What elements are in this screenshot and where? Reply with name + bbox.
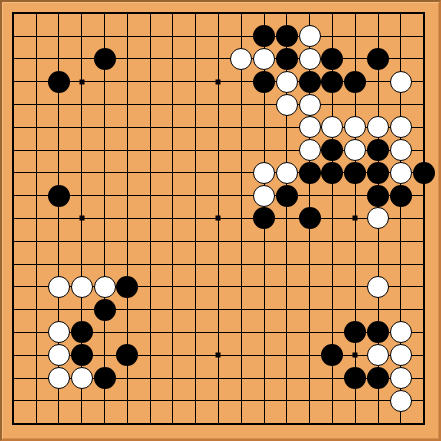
intersection[interactable] — [412, 230, 435, 253]
intersection[interactable] — [389, 275, 412, 298]
intersection[interactable] — [344, 344, 367, 367]
intersection[interactable] — [2, 412, 25, 435]
intersection[interactable] — [48, 321, 71, 344]
intersection[interactable] — [275, 298, 298, 321]
intersection[interactable] — [389, 25, 412, 48]
intersection[interactable] — [253, 116, 276, 139]
intersection[interactable] — [116, 412, 139, 435]
intersection[interactable] — [367, 230, 390, 253]
intersection[interactable] — [230, 389, 253, 412]
intersection[interactable] — [184, 412, 207, 435]
intersection[interactable] — [344, 70, 367, 93]
intersection[interactable] — [25, 230, 48, 253]
intersection[interactable] — [116, 389, 139, 412]
intersection[interactable] — [321, 298, 344, 321]
intersection[interactable] — [344, 207, 367, 230]
intersection[interactable] — [344, 116, 367, 139]
intersection[interactable] — [298, 230, 321, 253]
intersection[interactable] — [298, 70, 321, 93]
intersection[interactable] — [139, 230, 162, 253]
intersection[interactable] — [48, 389, 71, 412]
intersection[interactable] — [207, 25, 230, 48]
intersection[interactable] — [412, 2, 435, 25]
intersection[interactable] — [275, 139, 298, 162]
intersection[interactable] — [139, 48, 162, 71]
intersection[interactable] — [2, 139, 25, 162]
intersection[interactable] — [116, 253, 139, 276]
intersection[interactable] — [93, 116, 116, 139]
intersection[interactable] — [48, 367, 71, 390]
intersection[interactable] — [70, 298, 93, 321]
intersection[interactable] — [344, 275, 367, 298]
intersection[interactable] — [230, 70, 253, 93]
intersection[interactable] — [70, 2, 93, 25]
intersection[interactable] — [412, 321, 435, 344]
intersection[interactable] — [253, 367, 276, 390]
intersection[interactable] — [48, 184, 71, 207]
intersection[interactable] — [230, 25, 253, 48]
intersection[interactable] — [139, 162, 162, 185]
intersection[interactable] — [275, 321, 298, 344]
intersection[interactable] — [367, 25, 390, 48]
intersection[interactable] — [162, 25, 185, 48]
intersection[interactable] — [321, 2, 344, 25]
intersection[interactable] — [367, 162, 390, 185]
intersection[interactable] — [93, 367, 116, 390]
intersection[interactable] — [230, 2, 253, 25]
intersection[interactable] — [275, 230, 298, 253]
intersection[interactable] — [389, 207, 412, 230]
intersection[interactable] — [93, 25, 116, 48]
intersection[interactable] — [230, 344, 253, 367]
intersection[interactable] — [412, 207, 435, 230]
intersection[interactable] — [275, 389, 298, 412]
intersection[interactable] — [253, 253, 276, 276]
intersection[interactable] — [2, 275, 25, 298]
intersection[interactable] — [298, 275, 321, 298]
intersection[interactable] — [321, 25, 344, 48]
intersection[interactable] — [116, 207, 139, 230]
intersection[interactable] — [48, 70, 71, 93]
intersection[interactable] — [93, 344, 116, 367]
intersection[interactable] — [25, 184, 48, 207]
intersection[interactable] — [48, 275, 71, 298]
intersection[interactable] — [253, 70, 276, 93]
intersection[interactable] — [389, 139, 412, 162]
intersection[interactable] — [344, 412, 367, 435]
intersection[interactable] — [93, 48, 116, 71]
intersection[interactable] — [321, 93, 344, 116]
intersection[interactable] — [139, 2, 162, 25]
intersection[interactable] — [389, 116, 412, 139]
intersection[interactable] — [344, 184, 367, 207]
intersection[interactable] — [2, 70, 25, 93]
intersection[interactable] — [162, 230, 185, 253]
intersection[interactable] — [389, 48, 412, 71]
intersection[interactable] — [207, 93, 230, 116]
intersection[interactable] — [389, 230, 412, 253]
intersection[interactable] — [162, 367, 185, 390]
intersection[interactable] — [2, 184, 25, 207]
intersection[interactable] — [412, 253, 435, 276]
intersection[interactable] — [367, 321, 390, 344]
intersection[interactable] — [321, 70, 344, 93]
intersection[interactable] — [2, 253, 25, 276]
intersection[interactable] — [344, 367, 367, 390]
intersection[interactable] — [207, 367, 230, 390]
intersection[interactable] — [162, 139, 185, 162]
intersection[interactable] — [2, 93, 25, 116]
intersection[interactable] — [162, 184, 185, 207]
intersection[interactable] — [275, 25, 298, 48]
intersection[interactable] — [321, 275, 344, 298]
intersection[interactable] — [162, 2, 185, 25]
intersection[interactable] — [367, 93, 390, 116]
intersection[interactable] — [275, 253, 298, 276]
intersection[interactable] — [25, 116, 48, 139]
intersection[interactable] — [70, 230, 93, 253]
intersection[interactable] — [367, 344, 390, 367]
intersection[interactable] — [412, 184, 435, 207]
intersection[interactable] — [184, 344, 207, 367]
intersection[interactable] — [344, 48, 367, 71]
intersection[interactable] — [367, 389, 390, 412]
intersection[interactable] — [230, 253, 253, 276]
intersection[interactable] — [25, 412, 48, 435]
intersection[interactable] — [207, 389, 230, 412]
intersection[interactable] — [93, 298, 116, 321]
intersection[interactable] — [275, 275, 298, 298]
intersection[interactable] — [116, 321, 139, 344]
intersection[interactable] — [116, 2, 139, 25]
intersection[interactable] — [298, 139, 321, 162]
intersection[interactable] — [275, 412, 298, 435]
intersection[interactable] — [253, 207, 276, 230]
intersection[interactable] — [116, 70, 139, 93]
intersection[interactable] — [139, 253, 162, 276]
intersection[interactable] — [367, 298, 390, 321]
intersection[interactable] — [298, 367, 321, 390]
intersection[interactable] — [253, 93, 276, 116]
intersection[interactable] — [367, 412, 390, 435]
intersection[interactable] — [344, 298, 367, 321]
intersection[interactable] — [367, 48, 390, 71]
intersection[interactable] — [298, 389, 321, 412]
intersection[interactable] — [48, 412, 71, 435]
intersection[interactable] — [275, 93, 298, 116]
intersection[interactable] — [367, 139, 390, 162]
intersection[interactable] — [412, 25, 435, 48]
intersection[interactable] — [298, 116, 321, 139]
intersection[interactable] — [253, 298, 276, 321]
intersection[interactable] — [207, 344, 230, 367]
intersection[interactable] — [48, 116, 71, 139]
intersection[interactable] — [253, 412, 276, 435]
intersection[interactable] — [230, 184, 253, 207]
intersection[interactable] — [2, 389, 25, 412]
intersection[interactable] — [139, 184, 162, 207]
intersection[interactable] — [207, 2, 230, 25]
intersection[interactable] — [116, 162, 139, 185]
intersection[interactable] — [116, 139, 139, 162]
intersection[interactable] — [2, 2, 25, 25]
intersection[interactable] — [162, 207, 185, 230]
intersection[interactable] — [367, 184, 390, 207]
intersection[interactable] — [298, 2, 321, 25]
intersection[interactable] — [367, 116, 390, 139]
intersection[interactable] — [25, 93, 48, 116]
intersection[interactable] — [230, 230, 253, 253]
intersection[interactable] — [48, 253, 71, 276]
intersection[interactable] — [184, 298, 207, 321]
intersection[interactable] — [253, 162, 276, 185]
intersection[interactable] — [70, 162, 93, 185]
intersection[interactable] — [25, 2, 48, 25]
intersection[interactable] — [321, 344, 344, 367]
intersection[interactable] — [162, 93, 185, 116]
intersection[interactable] — [162, 412, 185, 435]
intersection[interactable] — [93, 412, 116, 435]
intersection[interactable] — [48, 230, 71, 253]
intersection[interactable] — [230, 93, 253, 116]
intersection[interactable] — [93, 207, 116, 230]
intersection[interactable] — [48, 25, 71, 48]
intersection[interactable] — [321, 230, 344, 253]
intersection[interactable] — [116, 344, 139, 367]
intersection[interactable] — [184, 116, 207, 139]
intersection[interactable] — [162, 70, 185, 93]
intersection[interactable] — [367, 253, 390, 276]
intersection[interactable] — [25, 298, 48, 321]
intersection[interactable] — [2, 48, 25, 71]
intersection[interactable] — [139, 25, 162, 48]
intersection[interactable] — [139, 298, 162, 321]
intersection[interactable] — [412, 70, 435, 93]
intersection[interactable] — [412, 344, 435, 367]
intersection[interactable] — [116, 25, 139, 48]
intersection[interactable] — [367, 367, 390, 390]
intersection[interactable] — [412, 298, 435, 321]
intersection[interactable] — [321, 48, 344, 71]
intersection[interactable] — [70, 275, 93, 298]
intersection[interactable] — [162, 253, 185, 276]
intersection[interactable] — [70, 253, 93, 276]
intersection[interactable] — [230, 298, 253, 321]
intersection[interactable] — [344, 162, 367, 185]
intersection[interactable] — [207, 298, 230, 321]
intersection[interactable] — [389, 412, 412, 435]
intersection[interactable] — [48, 162, 71, 185]
intersection[interactable] — [70, 25, 93, 48]
intersection[interactable] — [230, 207, 253, 230]
intersection[interactable] — [162, 298, 185, 321]
intersection[interactable] — [298, 298, 321, 321]
intersection[interactable] — [275, 48, 298, 71]
intersection[interactable] — [116, 298, 139, 321]
intersection[interactable] — [2, 162, 25, 185]
intersection[interactable] — [230, 116, 253, 139]
intersection[interactable] — [412, 389, 435, 412]
intersection[interactable] — [2, 230, 25, 253]
intersection[interactable] — [93, 93, 116, 116]
intersection[interactable] — [321, 139, 344, 162]
intersection[interactable] — [93, 321, 116, 344]
intersection[interactable] — [389, 162, 412, 185]
intersection[interactable] — [389, 70, 412, 93]
intersection[interactable] — [48, 344, 71, 367]
intersection[interactable] — [70, 48, 93, 71]
intersection[interactable] — [344, 25, 367, 48]
intersection[interactable] — [298, 321, 321, 344]
intersection[interactable] — [93, 253, 116, 276]
intersection[interactable] — [230, 367, 253, 390]
intersection[interactable] — [412, 275, 435, 298]
intersection[interactable] — [253, 275, 276, 298]
intersection[interactable] — [207, 139, 230, 162]
intersection[interactable] — [389, 389, 412, 412]
intersection[interactable] — [412, 412, 435, 435]
intersection[interactable] — [184, 253, 207, 276]
intersection[interactable] — [2, 207, 25, 230]
intersection[interactable] — [25, 344, 48, 367]
intersection[interactable] — [93, 139, 116, 162]
intersection[interactable] — [389, 93, 412, 116]
intersection[interactable] — [207, 230, 230, 253]
intersection[interactable] — [230, 139, 253, 162]
intersection[interactable] — [389, 2, 412, 25]
intersection[interactable] — [162, 344, 185, 367]
intersection[interactable] — [25, 48, 48, 71]
intersection[interactable] — [2, 321, 25, 344]
intersection[interactable] — [25, 162, 48, 185]
intersection[interactable] — [2, 367, 25, 390]
intersection[interactable] — [275, 162, 298, 185]
intersection[interactable] — [389, 321, 412, 344]
intersection[interactable] — [298, 162, 321, 185]
intersection[interactable] — [162, 116, 185, 139]
intersection[interactable] — [116, 230, 139, 253]
intersection[interactable] — [184, 2, 207, 25]
intersection[interactable] — [139, 344, 162, 367]
intersection[interactable] — [367, 275, 390, 298]
intersection[interactable] — [139, 389, 162, 412]
intersection[interactable] — [184, 70, 207, 93]
intersection[interactable] — [253, 25, 276, 48]
intersection[interactable] — [367, 207, 390, 230]
intersection[interactable] — [116, 48, 139, 71]
intersection[interactable] — [139, 321, 162, 344]
intersection[interactable] — [139, 367, 162, 390]
intersection[interactable] — [298, 184, 321, 207]
intersection[interactable] — [207, 162, 230, 185]
intersection[interactable] — [162, 48, 185, 71]
intersection[interactable] — [207, 207, 230, 230]
intersection[interactable] — [207, 321, 230, 344]
intersection[interactable] — [48, 207, 71, 230]
intersection[interactable] — [253, 48, 276, 71]
intersection[interactable] — [207, 253, 230, 276]
intersection[interactable] — [184, 367, 207, 390]
intersection[interactable] — [184, 93, 207, 116]
intersection[interactable] — [162, 389, 185, 412]
intersection[interactable] — [389, 253, 412, 276]
intersection[interactable] — [139, 139, 162, 162]
intersection[interactable] — [184, 139, 207, 162]
intersection[interactable] — [116, 116, 139, 139]
intersection[interactable] — [253, 389, 276, 412]
intersection[interactable] — [70, 412, 93, 435]
intersection[interactable] — [93, 2, 116, 25]
intersection[interactable] — [321, 321, 344, 344]
intersection[interactable] — [321, 116, 344, 139]
intersection[interactable] — [230, 321, 253, 344]
intersection[interactable] — [25, 367, 48, 390]
intersection[interactable] — [321, 207, 344, 230]
intersection[interactable] — [2, 116, 25, 139]
intersection[interactable] — [184, 321, 207, 344]
intersection[interactable] — [321, 253, 344, 276]
intersection[interactable] — [184, 230, 207, 253]
intersection[interactable] — [70, 207, 93, 230]
intersection[interactable] — [70, 389, 93, 412]
intersection[interactable] — [48, 298, 71, 321]
intersection[interactable] — [93, 230, 116, 253]
intersection[interactable] — [321, 367, 344, 390]
intersection[interactable] — [344, 93, 367, 116]
intersection[interactable] — [2, 298, 25, 321]
intersection[interactable] — [275, 70, 298, 93]
intersection[interactable] — [275, 344, 298, 367]
intersection[interactable] — [184, 389, 207, 412]
intersection[interactable] — [298, 48, 321, 71]
intersection[interactable] — [139, 116, 162, 139]
intersection[interactable] — [70, 139, 93, 162]
intersection[interactable] — [48, 93, 71, 116]
intersection[interactable] — [25, 139, 48, 162]
intersection[interactable] — [25, 321, 48, 344]
intersection[interactable] — [70, 344, 93, 367]
intersection[interactable] — [162, 162, 185, 185]
intersection[interactable] — [275, 184, 298, 207]
intersection[interactable] — [207, 275, 230, 298]
intersection[interactable] — [2, 25, 25, 48]
intersection[interactable] — [184, 162, 207, 185]
intersection[interactable] — [253, 344, 276, 367]
intersection[interactable] — [412, 162, 435, 185]
intersection[interactable] — [275, 2, 298, 25]
intersection[interactable] — [253, 184, 276, 207]
intersection[interactable] — [253, 139, 276, 162]
intersection[interactable] — [162, 275, 185, 298]
intersection[interactable] — [230, 48, 253, 71]
intersection[interactable] — [344, 2, 367, 25]
intersection[interactable] — [70, 70, 93, 93]
intersection[interactable] — [412, 367, 435, 390]
intersection[interactable] — [184, 48, 207, 71]
intersection[interactable] — [298, 207, 321, 230]
intersection[interactable] — [344, 230, 367, 253]
intersection[interactable] — [25, 207, 48, 230]
intersection[interactable] — [184, 25, 207, 48]
intersection[interactable] — [344, 321, 367, 344]
intersection[interactable] — [70, 367, 93, 390]
intersection[interactable] — [70, 93, 93, 116]
intersection[interactable] — [253, 230, 276, 253]
intersection[interactable] — [344, 139, 367, 162]
intersection[interactable] — [93, 389, 116, 412]
intersection[interactable] — [344, 389, 367, 412]
intersection[interactable] — [139, 412, 162, 435]
